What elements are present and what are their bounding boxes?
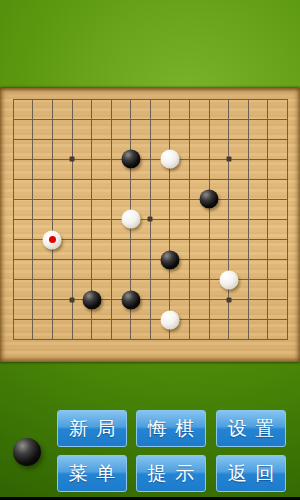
settings-button[interactable]: 设置	[216, 410, 286, 447]
black-stone	[160, 250, 179, 269]
grid-line	[13, 199, 288, 200]
turn-indicator-black-stone	[13, 438, 41, 466]
grid-line	[13, 319, 288, 320]
grid-line	[13, 139, 288, 140]
white-stone	[43, 230, 62, 249]
grid-line	[13, 299, 288, 300]
back-button[interactable]: 返回	[216, 455, 286, 492]
grid-line	[13, 179, 288, 180]
grid-line	[13, 339, 288, 340]
star-point	[70, 297, 75, 302]
black-stone	[82, 290, 101, 309]
undo-button[interactable]: 悔棋	[136, 410, 206, 447]
white-stone	[160, 310, 179, 329]
star-point	[226, 157, 231, 162]
white-stone	[160, 150, 179, 169]
app: 新局 悔棋 设置 菜单 提示 返回	[0, 0, 300, 500]
menu-button[interactable]: 菜单	[57, 455, 127, 492]
black-stone	[200, 190, 219, 209]
gomoku-board[interactable]	[0, 88, 300, 362]
grid-line	[13, 119, 288, 120]
star-point	[148, 217, 153, 222]
grid-line	[13, 99, 288, 100]
black-stone	[121, 290, 140, 309]
white-stone	[121, 210, 140, 229]
last-move-marker	[49, 236, 56, 243]
grid-line	[13, 279, 288, 280]
star-point	[226, 297, 231, 302]
white-stone	[219, 270, 238, 289]
new-game-button[interactable]: 新局	[57, 410, 127, 447]
grid-line	[13, 259, 288, 260]
black-stone	[121, 150, 140, 169]
grid-line	[13, 159, 288, 160]
star-point	[70, 157, 75, 162]
hint-button[interactable]: 提示	[136, 455, 206, 492]
